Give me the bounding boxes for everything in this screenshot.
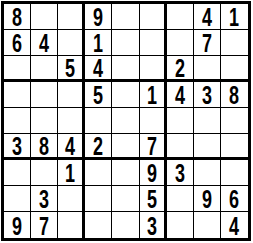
given-digit: 8	[12, 4, 22, 30]
given-digit: 6	[12, 30, 22, 56]
sudoku-board: 89416417542514383842719335969734	[1, 1, 251, 241]
given-digit: 4	[93, 56, 103, 81]
cell-r9c1[interactable]: 9	[4, 212, 31, 238]
given-digit: 7	[147, 134, 157, 159]
given-digit: 3	[39, 186, 49, 212]
sudoku-screenshot: 89416417542514383842719335969734	[0, 0, 253, 243]
cell-r5c8[interactable]	[194, 108, 221, 134]
cell-r7c3[interactable]: 1	[58, 160, 85, 186]
cell-r4c1[interactable]	[4, 82, 31, 108]
cell-r6c2[interactable]: 8	[31, 134, 58, 160]
cell-r1c6[interactable]	[140, 4, 167, 30]
cell-r2c5[interactable]	[112, 30, 139, 56]
cell-r2c6[interactable]	[140, 30, 167, 56]
cell-r2c9[interactable]	[221, 30, 248, 56]
cell-r9c4[interactable]	[85, 212, 112, 238]
given-digit: 7	[202, 30, 212, 56]
given-digit: 2	[175, 56, 185, 81]
cell-r7c9[interactable]	[221, 160, 248, 186]
cell-r5c2[interactable]	[31, 108, 58, 134]
cell-r8c3[interactable]	[58, 186, 85, 212]
given-digit: 3	[175, 160, 185, 186]
cell-r1c4[interactable]: 9	[85, 4, 112, 30]
cell-r8c7[interactable]	[167, 186, 194, 212]
cell-r1c7[interactable]	[167, 4, 194, 30]
given-digit: 3	[202, 82, 212, 108]
cell-r4c5[interactable]	[112, 82, 139, 108]
cell-r4c3[interactable]	[58, 82, 85, 108]
given-digit: 8	[229, 82, 239, 108]
cell-r9c9[interactable]: 4	[221, 212, 248, 238]
cell-r9c2[interactable]: 7	[31, 212, 58, 238]
cell-r1c1[interactable]: 8	[4, 4, 31, 30]
cell-r1c9[interactable]: 1	[221, 4, 248, 30]
cell-r3c6[interactable]	[140, 56, 167, 82]
cell-r7c5[interactable]	[112, 160, 139, 186]
given-digit: 4	[39, 30, 49, 56]
given-digit: 5	[93, 82, 103, 108]
cell-r6c7[interactable]	[167, 134, 194, 160]
given-digit: 1	[147, 82, 157, 108]
cell-r5c3[interactable]	[58, 108, 85, 134]
cell-r2c3[interactable]	[58, 30, 85, 56]
cell-r9c8[interactable]	[194, 212, 221, 238]
cell-r2c1[interactable]: 6	[4, 30, 31, 56]
cell-r6c1[interactable]: 3	[4, 134, 31, 160]
given-digit: 7	[39, 212, 49, 238]
cell-r1c3[interactable]	[58, 4, 85, 30]
given-digit: 5	[147, 186, 157, 212]
cell-r9c5[interactable]	[112, 212, 139, 238]
cell-r3c5[interactable]	[112, 56, 139, 82]
cell-r7c4[interactable]	[85, 160, 112, 186]
given-digit: 1	[65, 160, 75, 186]
cell-r7c7[interactable]: 3	[167, 160, 194, 186]
cell-r5c6[interactable]	[140, 108, 167, 134]
cell-r3c4[interactable]: 4	[85, 56, 112, 82]
cell-r8c6[interactable]: 5	[140, 186, 167, 212]
cell-r4c8[interactable]: 3	[194, 82, 221, 108]
given-digit: 6	[229, 186, 239, 212]
given-digit: 2	[93, 134, 103, 159]
cell-r3c3[interactable]: 5	[58, 56, 85, 82]
cell-r7c1[interactable]	[4, 160, 31, 186]
cell-r1c8[interactable]: 4	[194, 4, 221, 30]
cell-r2c2[interactable]: 4	[31, 30, 58, 56]
cell-r8c2[interactable]: 3	[31, 186, 58, 212]
given-digit: 4	[229, 212, 239, 238]
cell-r7c2[interactable]	[31, 160, 58, 186]
cell-r3c7[interactable]: 2	[167, 56, 194, 82]
cell-r6c4[interactable]: 2	[85, 134, 112, 160]
cell-r4c2[interactable]	[31, 82, 58, 108]
cell-r8c4[interactable]	[85, 186, 112, 212]
cell-r6c6[interactable]: 7	[140, 134, 167, 160]
cell-r3c9[interactable]	[221, 56, 248, 82]
given-digit: 1	[93, 30, 103, 56]
given-digit: 9	[202, 186, 212, 212]
cell-r2c8[interactable]: 7	[194, 30, 221, 56]
cell-r3c2[interactable]	[31, 56, 58, 82]
cell-r8c5[interactable]	[112, 186, 139, 212]
cell-r8c1[interactable]	[4, 186, 31, 212]
cell-r5c9[interactable]	[221, 108, 248, 134]
cell-r4c4[interactable]: 5	[85, 82, 112, 108]
cell-r6c3[interactable]: 4	[58, 134, 85, 160]
cell-r8c9[interactable]: 6	[221, 186, 248, 212]
cell-r4c9[interactable]: 8	[221, 82, 248, 108]
cell-r9c7[interactable]	[167, 212, 194, 238]
cell-r7c6[interactable]: 9	[140, 160, 167, 186]
cell-r5c4[interactable]	[85, 108, 112, 134]
cell-r6c5[interactable]	[112, 134, 139, 160]
given-digit: 4	[175, 82, 185, 108]
cell-r6c9[interactable]	[221, 134, 248, 160]
given-digit: 3	[12, 134, 22, 159]
cell-r9c3[interactable]	[58, 212, 85, 238]
cell-r3c1[interactable]	[4, 56, 31, 82]
given-digit: 5	[65, 56, 75, 81]
cell-r4c7[interactable]: 4	[167, 82, 194, 108]
given-digit: 4	[65, 134, 75, 159]
given-digit: 9	[12, 212, 22, 238]
given-digit: 8	[39, 134, 49, 159]
cell-r2c7[interactable]	[167, 30, 194, 56]
given-digit: 9	[93, 4, 103, 30]
cell-r2c4[interactable]: 1	[85, 30, 112, 56]
cell-r3c8[interactable]	[194, 56, 221, 82]
cell-r8c8[interactable]: 9	[194, 186, 221, 212]
cell-r1c2[interactable]	[31, 4, 58, 30]
given-digit: 9	[147, 160, 157, 186]
cell-r1c5[interactable]	[112, 4, 139, 30]
given-digit: 1	[229, 4, 239, 30]
cell-r6c8[interactable]	[194, 134, 221, 160]
given-digit: 3	[147, 212, 157, 238]
cell-r4c6[interactable]: 1	[140, 82, 167, 108]
cell-r5c7[interactable]	[167, 108, 194, 134]
cell-r5c1[interactable]	[4, 108, 31, 134]
cell-r9c6[interactable]: 3	[140, 212, 167, 238]
cell-r5c5[interactable]	[112, 108, 139, 134]
given-digit: 4	[202, 4, 212, 30]
cell-r7c8[interactable]	[194, 160, 221, 186]
